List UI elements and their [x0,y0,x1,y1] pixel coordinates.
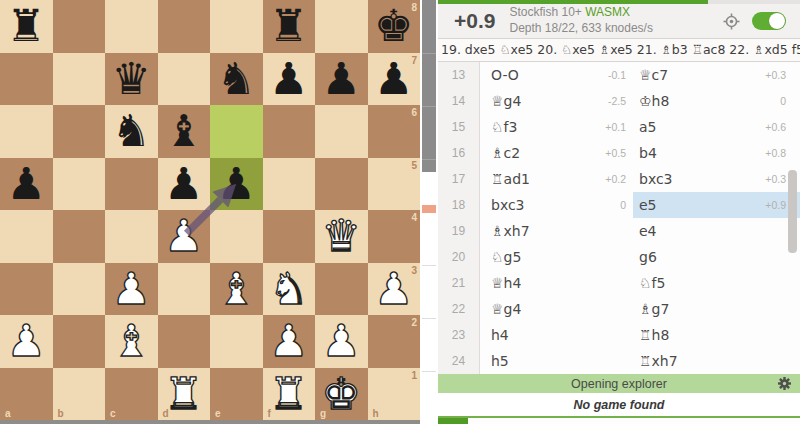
file-label: c [110,408,116,419]
square-a3[interactable] [0,263,53,316]
black-move[interactable]: ♗g7 [639,301,669,317]
square-g7[interactable]: ♟ [315,53,368,106]
square-h8[interactable]: 8♚ [368,0,421,53]
square-b6[interactable] [53,105,106,158]
square-g3[interactable] [315,263,368,316]
square-b1[interactable]: b [53,368,106,421]
black-knight[interactable]: ♞ [217,57,256,101]
move-number: 14 [438,88,480,114]
rank-label: 5 [411,160,417,171]
square-e8[interactable] [210,0,263,53]
rank-label: 8 [411,2,417,13]
square-g2[interactable]: ♟ [315,315,368,368]
square-e5[interactable]: ♟ [210,158,263,211]
gauge-tick [422,159,436,160]
black-move-cell[interactable]: ♕c7 +0.3 [633,62,800,88]
move-row: 13 O-O -0.1 ♕c7 +0.3 [438,62,800,88]
white-bishop[interactable]: ♝ [217,267,256,311]
rank-label: 1 [411,370,417,381]
black-eval: +0.6 [765,121,786,133]
white-knight[interactable]: ♞ [269,267,308,311]
eval-gauge-black-share [422,0,436,172]
square-d4[interactable]: ♟ [158,210,211,263]
square-f7[interactable]: ♟ [263,53,316,106]
square-b2[interactable] [53,315,106,368]
square-h1[interactable]: 1h [368,368,421,421]
square-c4[interactable] [105,210,158,263]
white-move-cell[interactable]: bxc3 0 [480,192,633,218]
engine-info: Stockfish 10+ WASMX Depth 18/22, 633 kno… [509,5,652,36]
scrollbar-thumb[interactable] [788,170,797,253]
move-row: 23 h4 ♖h8 [438,322,800,348]
white-pawn[interactable]: ♟ [269,319,308,363]
black-move-cell[interactable]: b4 +0.8 [633,140,800,166]
white-pawn[interactable]: ♟ [164,214,203,258]
white-pawn[interactable]: ♟ [7,319,46,363]
white-rook[interactable]: ♜ [164,372,203,416]
gear-icon[interactable] [777,376,792,391]
white-move[interactable]: ♖ad1 [491,171,530,187]
square-e6[interactable] [210,105,263,158]
black-move[interactable]: ♔h8 [639,93,669,109]
white-move-cell[interactable]: ♗c2 +0.5 [480,140,633,166]
square-a5[interactable]: ♟ [0,158,53,211]
square-d5[interactable]: ♟ [158,158,211,211]
square-b8[interactable] [53,0,106,53]
white-move[interactable]: ♕h4 [491,275,521,291]
black-rook[interactable]: ♜ [7,4,46,48]
square-c7[interactable]: ♛ [105,53,158,106]
square-g8[interactable] [315,0,368,53]
black-move-cell[interactable]: e5 +0.9 [633,192,800,218]
gauge-tick [422,318,436,319]
white-move-cell[interactable]: ♕g4 -2.5 [480,88,633,114]
black-pawn[interactable]: ♟ [269,57,308,101]
eval-score: +0.9 [454,9,495,33]
square-c5[interactable] [105,158,158,211]
black-move-cell[interactable]: ♖xh7 [633,348,800,374]
black-move-cell[interactable]: ♘f5 [633,270,800,296]
white-eval: +0.2 [605,173,626,185]
square-c8[interactable] [105,0,158,53]
square-h4[interactable]: 4 [368,210,421,263]
black-move[interactable]: a5 [639,119,657,135]
engine-toggle[interactable] [752,12,786,30]
square-g4[interactable]: ♛ [315,210,368,263]
white-move[interactable]: ♗c2 [491,145,520,161]
white-move-cell[interactable]: h5 [480,348,633,374]
file-label: a [5,408,11,419]
gauge-tick [422,106,436,107]
engine-tag: WASMX [585,5,630,19]
white-queen[interactable]: ♛ [322,214,361,258]
white-eval: -0.1 [608,69,626,81]
file-label: f [268,408,271,419]
square-a8[interactable]: ♜ [0,0,53,53]
file-label: g [320,408,326,419]
engine-name: Stockfish 10+ [509,5,581,19]
black-eval: 0 [780,95,786,107]
toggle-knob [769,13,785,29]
white-move[interactable]: ♘g5 [491,249,521,265]
black-move[interactable]: ♖xh7 [639,353,678,369]
white-king[interactable]: ♚ [322,372,361,416]
move-row: 20 ♘g5 g6 [438,244,800,270]
square-h7[interactable]: 7♟ [368,53,421,106]
explorer-bottom-line [438,416,800,418]
move-row: 22 ♕g4 ♗g7 [438,296,800,322]
black-move[interactable]: e5 [639,197,657,213]
square-e7[interactable]: ♞ [210,53,263,106]
file-label: h [373,408,379,419]
white-move-cell[interactable]: h4 [480,322,633,348]
move-number: 13 [438,62,480,88]
square-c1[interactable]: c [105,368,158,421]
square-f2[interactable]: ♟ [263,315,316,368]
white-move[interactable]: h4 [491,327,509,343]
white-move-cell[interactable]: ♘f3 +0.1 [480,114,633,140]
square-e3[interactable]: ♝ [210,263,263,316]
black-move[interactable]: ♖h8 [639,327,669,343]
file-label: b [58,408,64,419]
explorer-progress-block [438,418,468,424]
file-label: d [163,408,169,419]
engine-depth: Depth 18/22, 633 knodes/s [509,21,652,35]
black-move-cell[interactable]: ♖h8 [633,322,800,348]
move-row: 14 ♕g4 -2.5 ♔h8 0 [438,88,800,114]
white-eval: +0.5 [605,147,626,159]
black-pawn[interactable]: ♟ [374,57,413,101]
square-b3[interactable] [53,263,106,316]
move-row: 21 ♕h4 ♘f5 [438,270,800,296]
move-number: 23 [438,322,480,348]
black-move-cell[interactable]: ♔h8 0 [633,88,800,114]
move-row: 18 bxc3 0 e5 +0.9 [438,192,800,218]
move-row: 16 ♗c2 +0.5 b4 +0.8 [438,140,800,166]
black-eval: +0.3 [765,173,786,185]
square-h3[interactable]: 3♟ [368,263,421,316]
black-pawn[interactable]: ♟ [322,57,361,101]
square-a4[interactable] [0,210,53,263]
move-number: 18 [438,192,480,218]
white-move-cell[interactable]: ♕g4 [480,296,633,322]
square-f4[interactable] [263,210,316,263]
gauge-zero-tick [422,205,436,213]
square-a6[interactable] [0,105,53,158]
square-d6[interactable]: ♝ [158,105,211,158]
square-f6[interactable] [263,105,316,158]
rank-label: 6 [411,107,417,118]
square-e2[interactable] [210,315,263,368]
engine-header: +0.9 Stockfish 10+ WASMX Depth 18/22, 63… [438,4,800,38]
square-g5[interactable] [315,158,368,211]
move-number: 20 [438,244,480,270]
white-move-cell[interactable]: ♘g5 [480,244,633,270]
square-g6[interactable] [315,105,368,158]
black-move[interactable]: g6 [639,249,657,265]
file-label: e [215,408,221,419]
white-move-cell[interactable]: ♗xh7 [480,218,633,244]
white-move-cell[interactable]: ♕h4 [480,270,633,296]
analysis-app: ♜♜8♚♛♞♟♟7♟♞♝6♟♟♟5♟♛4♟♝♞3♟♟♝♟♟2abcd♜ef♜g♚… [0,0,800,424]
white-rook[interactable]: ♜ [269,372,308,416]
white-move[interactable]: ♕g4 [491,301,521,317]
opening-explorer-title: Opening explorer [571,377,667,391]
black-queen[interactable]: ♛ [112,57,151,101]
black-move[interactable]: b4 [639,145,657,161]
black-move-cell[interactable]: e4 [633,218,800,244]
eval-gauge [420,0,438,424]
square-f3[interactable]: ♞ [263,263,316,316]
white-move[interactable]: bxc3 [491,197,525,213]
black-rook[interactable]: ♜ [269,4,308,48]
square-g1[interactable]: g♚ [315,368,368,421]
square-d1[interactable]: d♜ [158,368,211,421]
move-row: 17 ♖ad1 +0.2 bxc3 +0.3 [438,166,800,192]
white-move[interactable]: O-O [491,67,519,83]
square-d2[interactable] [158,315,211,368]
move-number: 19 [438,218,480,244]
square-d3[interactable] [158,263,211,316]
square-b5[interactable] [53,158,106,211]
square-c2[interactable]: ♝ [105,315,158,368]
square-b4[interactable] [53,210,106,263]
chess-board[interactable]: ♜♜8♚♛♞♟♟7♟♞♝6♟♟♟5♟♛4♟♝♞3♟♟♝♟♟2abcd♜ef♜g♚… [0,0,420,420]
square-e1[interactable]: e [210,368,263,421]
black-eval: +0.3 [765,69,786,81]
square-h2[interactable]: 2 [368,315,421,368]
square-h5[interactable]: 5 [368,158,421,211]
square-b7[interactable] [53,53,106,106]
square-e4[interactable] [210,210,263,263]
black-move-cell[interactable]: g6 [633,244,800,270]
square-f8[interactable]: ♜ [263,0,316,53]
black-move-cell[interactable]: bxc3 +0.3 [633,166,800,192]
black-king[interactable]: ♚ [374,4,413,48]
black-pawn[interactable]: ♟ [7,162,46,206]
black-bishop[interactable]: ♝ [164,109,203,153]
white-move-cell[interactable]: O-O -0.1 [480,62,633,88]
white-move[interactable]: ♘f3 [491,119,517,135]
target-icon[interactable] [723,13,740,30]
move-number: 21 [438,270,480,296]
white-pawn[interactable]: ♟ [322,319,361,363]
square-f5[interactable] [263,158,316,211]
square-a1[interactable]: a [0,368,53,421]
move-row: 15 ♘f3 +0.1 a5 +0.6 [438,114,800,140]
square-d7[interactable] [158,53,211,106]
white-move-cell[interactable]: ♖ad1 +0.2 [480,166,633,192]
white-move[interactable]: ♕g4 [491,93,521,109]
black-eval: +0.9 [765,199,786,211]
square-d8[interactable] [158,0,211,53]
white-move[interactable]: h5 [491,353,509,369]
gauge-tick [422,371,436,372]
white-eval: -2.5 [608,95,626,107]
rank-label: 7 [411,55,417,66]
white-pawn[interactable]: ♟ [374,267,413,311]
explorer-status: No game found [438,393,800,416]
square-a2[interactable]: ♟ [0,315,53,368]
black-eval: +0.8 [765,147,786,159]
eval-gauge-body [422,0,436,424]
black-move[interactable]: bxc3 [639,171,673,187]
move-row: 24 h5 ♖xh7 [438,348,800,374]
rank-label: 4 [411,212,417,223]
board-bottom-edge [0,420,420,424]
black-knight[interactable]: ♞ [112,109,151,153]
square-c6[interactable]: ♞ [105,105,158,158]
black-move-cell[interactable]: a5 +0.6 [633,114,800,140]
black-move[interactable]: ♘f5 [639,275,665,291]
analysis-panel: +0.9 Stockfish 10+ WASMX Depth 18/22, 63… [438,0,800,424]
black-pawn[interactable]: ♟ [164,162,203,206]
rank-label: 3 [411,265,417,276]
rank-label: 2 [411,317,417,328]
square-c3[interactable]: ♟ [105,263,158,316]
engine-pv-line[interactable]: 19. dxe5 ♘xe5 20. ♘xe5 ♗xe5 21. ♗b3 ♖ac8… [438,38,800,62]
move-list: 13 O-O -0.1 ♕c7 +0.3 14 ♕g4 -2.5 ♔h8 0 1… [438,62,800,374]
move-number: 15 [438,114,480,140]
move-number: 24 [438,348,480,374]
move-row: 19 ♗xh7 e4 [438,218,800,244]
square-h6[interactable]: 6 [368,105,421,158]
move-number: 16 [438,140,480,166]
white-eval: +0.1 [605,121,626,133]
white-eval: 0 [620,199,626,211]
black-move[interactable]: ♕c7 [639,67,668,83]
white-move[interactable]: ♗xh7 [491,223,530,239]
opening-explorer-header[interactable]: Opening explorer [438,374,800,393]
black-move-cell[interactable]: ♗g7 [633,296,800,322]
white-pawn[interactable]: ♟ [112,267,151,311]
white-bishop[interactable]: ♝ [112,319,151,363]
move-number: 22 [438,296,480,322]
black-move[interactable]: e4 [639,223,657,239]
square-a7[interactable] [0,53,53,106]
gauge-tick [422,53,436,54]
square-f1[interactable]: f♜ [263,368,316,421]
move-number: 17 [438,166,480,192]
black-pawn[interactable]: ♟ [217,162,256,206]
gauge-tick [422,265,436,266]
